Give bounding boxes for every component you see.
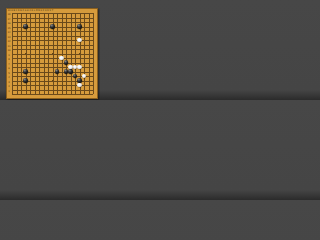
white-stone — [77, 83, 81, 87]
grid-line-horizontal — [12, 90, 93, 91]
grid-line-vertical — [62, 13, 63, 94]
grid-line-horizontal — [12, 63, 93, 64]
grid-line-vertical — [71, 13, 72, 94]
white-stone — [77, 38, 81, 42]
white-stone — [59, 56, 63, 60]
black-stone — [68, 69, 72, 73]
black-stone — [77, 24, 81, 28]
white-stone — [77, 65, 81, 69]
black-stone — [73, 74, 77, 78]
grid-line-vertical — [84, 13, 85, 94]
grid-line-vertical — [93, 13, 94, 94]
black-stone — [55, 69, 59, 73]
black-stone — [23, 78, 27, 82]
white-stone — [82, 74, 86, 78]
grid-line-vertical — [66, 13, 67, 94]
grid-line-vertical — [75, 13, 76, 94]
black-stone — [50, 24, 54, 28]
grid-line-horizontal — [12, 94, 93, 95]
grid-line-horizontal — [12, 76, 93, 77]
black-stone — [64, 60, 68, 64]
grid-line-horizontal — [12, 58, 93, 59]
black-stone — [23, 24, 27, 28]
row-label: 1 — [7, 90, 11, 95]
screenshot-root: { "game": "go", "board": { "size": 19, "… — [0, 0, 100, 100]
column-labels: ABCDEFGHJKLMNOPQRST — [12, 9, 55, 12]
go-board[interactable]: ABCDEFGHJKLMNOPQRST 19181716151413121110… — [6, 8, 98, 99]
grid-line-vertical — [57, 13, 58, 94]
black-stone — [23, 69, 27, 73]
column-label: T — [50, 9, 55, 12]
grid-line-vertical — [89, 13, 90, 94]
